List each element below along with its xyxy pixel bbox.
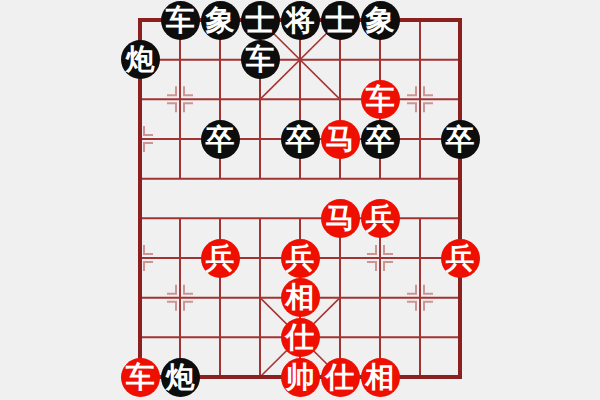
xiangqi-board: 车象士将士象炮车车卒卒马卒卒马兵兵兵兵相仕车炮帅仕相: [0, 0, 600, 400]
piece-black-general[interactable]: 将: [281, 1, 320, 40]
piece-black-cannon[interactable]: 炮: [161, 358, 200, 397]
piece-red-soldier[interactable]: 兵: [201, 239, 240, 278]
piece-red-horse[interactable]: 马: [321, 120, 360, 159]
piece-red-chariot[interactable]: 车: [361, 80, 400, 119]
piece-black-elephant[interactable]: 象: [361, 1, 400, 40]
piece-black-cannon[interactable]: 炮: [121, 40, 160, 79]
pieces-layer: 车象士将士象炮车车卒卒马卒卒马兵兵兵兵相仕车炮帅仕相: [0, 0, 600, 400]
piece-black-chariot[interactable]: 车: [161, 1, 200, 40]
piece-red-soldier[interactable]: 兵: [361, 199, 400, 238]
piece-black-advisor[interactable]: 士: [241, 1, 280, 40]
piece-black-soldier[interactable]: 卒: [201, 120, 240, 159]
piece-red-soldier[interactable]: 兵: [281, 239, 320, 278]
piece-red-chariot[interactable]: 车: [121, 358, 160, 397]
piece-red-horse[interactable]: 马: [321, 199, 360, 238]
piece-red-advisor[interactable]: 仕: [321, 358, 360, 397]
piece-red-elephant[interactable]: 相: [361, 358, 400, 397]
piece-red-general[interactable]: 帅: [281, 358, 320, 397]
piece-red-soldier[interactable]: 兵: [441, 239, 480, 278]
piece-black-elephant[interactable]: 象: [201, 1, 240, 40]
piece-black-soldier[interactable]: 卒: [441, 120, 480, 159]
piece-black-advisor[interactable]: 士: [321, 1, 360, 40]
piece-black-soldier[interactable]: 卒: [281, 120, 320, 159]
piece-red-elephant[interactable]: 相: [281, 278, 320, 317]
piece-black-soldier[interactable]: 卒: [361, 120, 400, 159]
piece-red-advisor[interactable]: 仕: [281, 318, 320, 357]
piece-black-chariot[interactable]: 车: [241, 40, 280, 79]
